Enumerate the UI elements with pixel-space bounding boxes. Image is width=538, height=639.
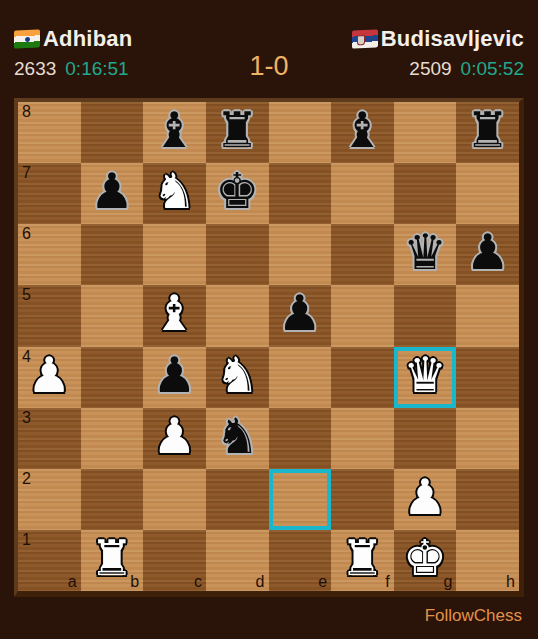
square-e3[interactable] — [269, 408, 332, 469]
square-b5[interactable] — [81, 285, 144, 346]
square-f5[interactable] — [331, 285, 394, 346]
black-pawn: ♟ — [90, 167, 134, 216]
white-knight: ♞ — [215, 351, 259, 400]
square-c3[interactable]: ♟ — [143, 408, 206, 469]
file-label-c: c — [194, 573, 202, 591]
square-h1[interactable]: h — [456, 530, 519, 591]
square-h7[interactable] — [456, 163, 519, 224]
square-f8[interactable]: ♝ — [331, 102, 394, 163]
square-d4[interactable]: ♞ — [206, 347, 269, 408]
square-a1[interactable]: 1a — [18, 530, 81, 591]
black-rook: ♜ — [215, 106, 259, 155]
black-rating: 2509 — [409, 58, 451, 80]
square-d8[interactable]: ♜ — [206, 102, 269, 163]
square-d5[interactable] — [206, 285, 269, 346]
square-g6[interactable]: ♛ — [394, 224, 457, 285]
white-knight: ♞ — [153, 167, 197, 216]
square-e7[interactable] — [269, 163, 332, 224]
square-h4[interactable] — [456, 347, 519, 408]
rank-label-2: 2 — [22, 470, 31, 488]
square-a2[interactable]: 2 — [18, 469, 81, 530]
square-e2[interactable] — [269, 469, 332, 530]
brand-label: FollowChess — [425, 606, 522, 625]
serbia-flag-icon — [352, 29, 378, 48]
square-b1[interactable]: b♜ — [81, 530, 144, 591]
board-frame: 8♝♜♝♜7♟♞♚6♛♟5♝♟4♟♟♞♛3♟♞2♟1ab♜cdef♜g♚h — [14, 98, 524, 597]
white-rating: 2633 — [14, 58, 56, 80]
square-c2[interactable] — [143, 469, 206, 530]
square-f3[interactable] — [331, 408, 394, 469]
square-a4[interactable]: 4♟ — [18, 347, 81, 408]
black-pawn: ♟ — [153, 351, 197, 400]
square-e1[interactable]: e — [269, 530, 332, 591]
black-pawn: ♟ — [466, 228, 510, 277]
square-a3[interactable]: 3 — [18, 408, 81, 469]
black-player-stats: 2509 0:05:52 — [299, 58, 524, 80]
square-e5[interactable]: ♟ — [269, 285, 332, 346]
rank-label-1: 1 — [22, 531, 31, 549]
white-pawn: ♟ — [153, 412, 197, 461]
square-g1[interactable]: g♚ — [394, 530, 457, 591]
square-g8[interactable] — [394, 102, 457, 163]
square-a6[interactable]: 6 — [18, 224, 81, 285]
square-e8[interactable] — [269, 102, 332, 163]
square-b3[interactable] — [81, 408, 144, 469]
rank-label-8: 8 — [22, 103, 31, 121]
white-player-stats: 2633 0:16:51 — [14, 58, 239, 80]
black-clock: 0:05:52 — [461, 58, 524, 80]
square-d6[interactable] — [206, 224, 269, 285]
game-header: Adhiban Budisavljevic 2633 0:16:51 1-0 2… — [0, 0, 538, 82]
rank-label-7: 7 — [22, 164, 31, 182]
square-g5[interactable] — [394, 285, 457, 346]
white-rook: ♜ — [340, 534, 384, 583]
white-queen: ♛ — [403, 351, 447, 400]
square-b6[interactable] — [81, 224, 144, 285]
square-f6[interactable] — [331, 224, 394, 285]
black-queen: ♛ — [403, 228, 447, 277]
square-h8[interactable]: ♜ — [456, 102, 519, 163]
board-container: 8♝♜♝♜7♟♞♚6♛♟5♝♟4♟♟♞♛3♟♞2♟1ab♜cdef♜g♚h — [14, 98, 524, 597]
square-c4[interactable]: ♟ — [143, 347, 206, 408]
square-b2[interactable] — [81, 469, 144, 530]
game-result: 1-0 — [239, 51, 298, 82]
white-rook: ♜ — [90, 534, 134, 583]
white-player: Adhiban — [14, 26, 239, 52]
black-knight: ♞ — [215, 412, 259, 461]
black-rook: ♜ — [466, 106, 510, 155]
square-c1[interactable]: c — [143, 530, 206, 591]
square-b8[interactable] — [81, 102, 144, 163]
square-f1[interactable]: f♜ — [331, 530, 394, 591]
square-h2[interactable] — [456, 469, 519, 530]
chess-board: 8♝♜♝♜7♟♞♚6♛♟5♝♟4♟♟♞♛3♟♞2♟1ab♜cdef♜g♚h — [18, 102, 519, 591]
square-b4[interactable] — [81, 347, 144, 408]
square-f7[interactable] — [331, 163, 394, 224]
square-a5[interactable]: 5 — [18, 285, 81, 346]
rank-label-6: 6 — [22, 225, 31, 243]
square-h6[interactable]: ♟ — [456, 224, 519, 285]
file-label-d: d — [256, 573, 265, 591]
rank-label-3: 3 — [22, 409, 31, 427]
black-king: ♚ — [215, 167, 259, 216]
white-player-name: Adhiban — [43, 26, 132, 52]
black-pawn: ♟ — [278, 289, 322, 338]
square-e4[interactable] — [269, 347, 332, 408]
white-clock: 0:16:51 — [65, 58, 128, 80]
file-label-f: f — [385, 573, 389, 591]
square-g2[interactable]: ♟ — [394, 469, 457, 530]
white-king: ♚ — [403, 534, 447, 583]
square-g4[interactable]: ♛ — [394, 347, 457, 408]
rank-label-5: 5 — [22, 286, 31, 304]
black-bishop: ♝ — [340, 106, 384, 155]
square-c7[interactable]: ♞ — [143, 163, 206, 224]
black-player-name: Budisavljevic — [381, 26, 524, 52]
file-label-h: h — [506, 573, 515, 591]
square-b7[interactable]: ♟ — [81, 163, 144, 224]
square-d7[interactable]: ♚ — [206, 163, 269, 224]
square-h5[interactable] — [456, 285, 519, 346]
square-d2[interactable] — [206, 469, 269, 530]
square-c6[interactable] — [143, 224, 206, 285]
white-pawn: ♟ — [403, 473, 447, 522]
square-h3[interactable] — [456, 408, 519, 469]
square-d1[interactable]: d — [206, 530, 269, 591]
black-bishop: ♝ — [153, 106, 197, 155]
square-f2[interactable] — [331, 469, 394, 530]
file-label-e: e — [318, 573, 327, 591]
footer: FollowChess — [0, 597, 538, 626]
white-bishop: ♝ — [153, 289, 197, 338]
square-c5[interactable]: ♝ — [143, 285, 206, 346]
square-g3[interactable] — [394, 408, 457, 469]
square-a8[interactable]: 8 — [18, 102, 81, 163]
file-label-a: a — [68, 573, 77, 591]
white-pawn: ♟ — [27, 351, 71, 400]
square-a7[interactable]: 7 — [18, 163, 81, 224]
square-g7[interactable] — [394, 163, 457, 224]
square-d3[interactable]: ♞ — [206, 408, 269, 469]
india-flag-icon — [14, 29, 40, 48]
black-player: Budisavljevic — [299, 26, 524, 52]
square-e6[interactable] — [269, 224, 332, 285]
square-f4[interactable] — [331, 347, 394, 408]
square-c8[interactable]: ♝ — [143, 102, 206, 163]
